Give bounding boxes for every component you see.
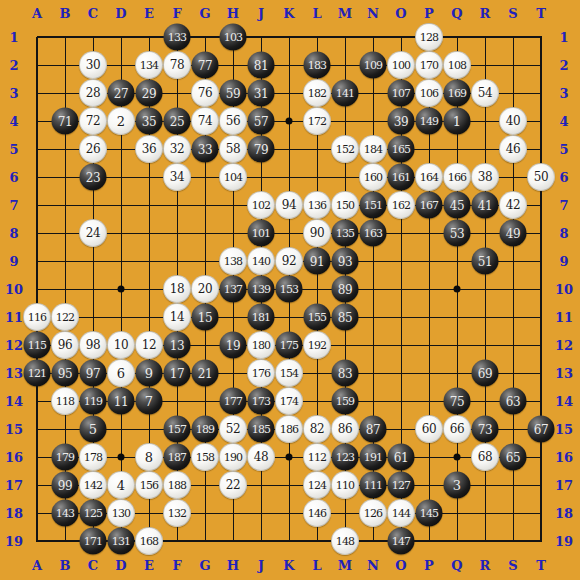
move-number: 49 [506, 226, 520, 240]
stone-h15-move-52[interactable]: 52 [219, 415, 247, 443]
stone-n2-move-109[interactable]: 109 [360, 52, 387, 79]
move-number: 29 [142, 86, 156, 100]
move-number: 136 [308, 199, 327, 212]
stone-s8-move-49[interactable]: 49 [500, 220, 527, 247]
stone-g15-move-189[interactable]: 189 [192, 416, 219, 443]
col-label-top: C [88, 7, 98, 20]
move-number: 181 [252, 311, 271, 324]
move-number: 172 [308, 115, 327, 128]
stone-k14-move-174[interactable]: 174 [275, 387, 303, 415]
move-number: 145 [420, 507, 439, 520]
stone-l7-move-136[interactable]: 136 [303, 191, 331, 219]
move-number: 127 [392, 479, 411, 492]
stone-o5-move-165[interactable]: 165 [388, 136, 415, 163]
move-number: 156 [140, 479, 159, 492]
move-number: 93 [338, 254, 352, 268]
row-label-right: 3 [559, 87, 568, 100]
stone-o16-move-61[interactable]: 61 [388, 444, 415, 471]
stone-l18-move-146[interactable]: 146 [303, 499, 331, 527]
stone-p2-move-170[interactable]: 170 [415, 51, 443, 79]
move-number: 131 [112, 535, 131, 548]
move-number: 125 [84, 507, 103, 520]
stone-g13-move-21[interactable]: 21 [192, 360, 219, 387]
stone-g2-move-77[interactable]: 77 [192, 52, 219, 79]
stone-q7-move-45[interactable]: 45 [444, 192, 471, 219]
stone-j12-move-180[interactable]: 180 [247, 331, 275, 359]
stone-p18-move-145[interactable]: 145 [416, 500, 443, 527]
move-number: 22 [226, 478, 240, 492]
stone-n18-move-126[interactable]: 126 [359, 499, 387, 527]
stone-o17-move-127[interactable]: 127 [388, 472, 415, 499]
stone-e19-move-168[interactable]: 168 [135, 527, 163, 555]
stone-h9-move-138[interactable]: 138 [219, 247, 247, 275]
stone-r16-move-68[interactable]: 68 [471, 443, 499, 471]
stone-m9-move-93[interactable]: 93 [332, 248, 359, 275]
row-label-right: 2 [559, 59, 568, 72]
move-number: 74 [198, 114, 212, 128]
stone-o4-move-39[interactable]: 39 [388, 108, 415, 135]
stone-f13-move-17[interactable]: 17 [164, 360, 191, 387]
stone-j8-move-101[interactable]: 101 [248, 220, 275, 247]
stone-e14-move-7[interactable]: 7 [136, 388, 163, 415]
stone-f4-move-25[interactable]: 25 [164, 108, 191, 135]
stone-l12-move-192[interactable]: 192 [303, 331, 331, 359]
stone-e5-move-36[interactable]: 36 [135, 135, 163, 163]
move-number: 35 [142, 114, 156, 128]
star-point [118, 454, 125, 461]
stone-c2-move-30[interactable]: 30 [79, 51, 107, 79]
stone-n7-move-151[interactable]: 151 [360, 192, 387, 219]
move-number: 20 [198, 282, 212, 296]
move-number: 142 [84, 479, 103, 492]
move-number: 109 [364, 59, 383, 72]
stone-k15-move-186[interactable]: 186 [275, 415, 303, 443]
move-number: 81 [254, 58, 268, 72]
move-number: 67 [534, 422, 548, 436]
move-number: 151 [364, 199, 383, 212]
stone-q3-move-169[interactable]: 169 [444, 80, 471, 107]
stone-c13-move-97[interactable]: 97 [80, 360, 107, 387]
stone-l4-move-172[interactable]: 172 [303, 107, 331, 135]
stone-b14-move-118[interactable]: 118 [51, 387, 79, 415]
move-number: 100 [392, 59, 411, 72]
stone-l9-move-91[interactable]: 91 [304, 248, 331, 275]
stone-j7-move-102[interactable]: 102 [247, 191, 275, 219]
stone-l11-move-155[interactable]: 155 [304, 304, 331, 331]
stone-c3-move-28[interactable]: 28 [79, 79, 107, 107]
stone-m10-move-89[interactable]: 89 [332, 276, 359, 303]
stone-b12-move-96[interactable]: 96 [51, 331, 79, 359]
move-number: 159 [336, 395, 355, 408]
stone-n6-move-160[interactable]: 160 [359, 163, 387, 191]
stone-r13-move-69[interactable]: 69 [472, 360, 499, 387]
col-label-top: J [258, 7, 264, 20]
stone-c16-move-178[interactable]: 178 [79, 443, 107, 471]
move-number: 40 [506, 114, 520, 128]
stone-d4-move-2[interactable]: 2 [107, 107, 135, 135]
stone-j9-move-140[interactable]: 140 [247, 247, 275, 275]
move-number: 15 [198, 310, 212, 324]
stone-o18-move-144[interactable]: 144 [387, 499, 415, 527]
stone-q4-move-1[interactable]: 1 [444, 108, 471, 135]
stone-a11-move-116[interactable]: 116 [23, 303, 51, 331]
stone-h14-move-177[interactable]: 177 [220, 388, 247, 415]
stone-s16-move-65[interactable]: 65 [500, 444, 527, 471]
stone-c4-move-72[interactable]: 72 [79, 107, 107, 135]
move-number: 126 [364, 507, 383, 520]
stone-n15-move-87[interactable]: 87 [360, 416, 387, 443]
stone-f5-move-32[interactable]: 32 [163, 135, 191, 163]
col-label-top: L [312, 7, 321, 20]
move-number: 68 [478, 450, 492, 464]
row-label-left: 14 [5, 395, 23, 408]
col-label-bottom: P [424, 559, 434, 572]
move-number: 124 [308, 479, 327, 492]
stone-m8-move-135[interactable]: 135 [332, 220, 359, 247]
move-number: 7 [145, 394, 153, 409]
stone-c19-move-171[interactable]: 171 [80, 528, 107, 555]
star-point [454, 454, 461, 461]
stone-k10-move-153[interactable]: 153 [276, 276, 303, 303]
move-number: 45 [450, 198, 464, 212]
move-number: 133 [168, 31, 187, 44]
row-label-left: 16 [5, 451, 23, 464]
stone-g3-move-76[interactable]: 76 [191, 79, 219, 107]
stone-n5-move-184[interactable]: 184 [359, 135, 387, 163]
star-point [286, 454, 293, 461]
stone-g10-move-20[interactable]: 20 [191, 275, 219, 303]
move-number: 175 [280, 339, 299, 352]
go-board[interactable]: AABBCCDDEEFFGGHHJJKKLLMMNNOOPPQQRRSSTT11… [0, 0, 580, 580]
stone-a13-move-121[interactable]: 121 [24, 360, 51, 387]
stone-s5-move-46[interactable]: 46 [499, 135, 527, 163]
stone-b11-move-122[interactable]: 122 [51, 303, 79, 331]
col-label-top: P [424, 7, 434, 20]
stone-c17-move-142[interactable]: 142 [79, 471, 107, 499]
stone-k12-move-175[interactable]: 175 [276, 332, 303, 359]
stone-m3-move-141[interactable]: 141 [332, 80, 359, 107]
stone-c18-move-125[interactable]: 125 [80, 500, 107, 527]
stone-m17-move-110[interactable]: 110 [331, 471, 359, 499]
star-point [118, 286, 125, 293]
stone-b17-move-99[interactable]: 99 [52, 472, 79, 499]
stone-d12-move-10[interactable]: 10 [107, 331, 135, 359]
stone-d14-move-11[interactable]: 11 [108, 388, 135, 415]
move-number: 167 [420, 199, 439, 212]
stone-p4-move-149[interactable]: 149 [416, 108, 443, 135]
move-number: 90 [310, 226, 324, 240]
stone-e13-move-9[interactable]: 9 [136, 360, 163, 387]
stone-j13-move-176[interactable]: 176 [247, 359, 275, 387]
stone-p6-move-164[interactable]: 164 [415, 163, 443, 191]
stone-f11-move-14[interactable]: 14 [163, 303, 191, 331]
move-number: 91 [310, 254, 324, 268]
move-number: 33 [198, 142, 212, 156]
row-label-left: 6 [9, 171, 18, 184]
stone-b18-move-143[interactable]: 143 [52, 500, 79, 527]
move-number: 160 [364, 171, 383, 184]
stone-q15-move-66[interactable]: 66 [443, 415, 471, 443]
stone-h5-move-58[interactable]: 58 [219, 135, 247, 163]
move-number: 138 [224, 255, 243, 268]
move-number: 77 [198, 58, 212, 72]
stone-d17-move-4[interactable]: 4 [107, 471, 135, 499]
move-number: 104 [224, 171, 243, 184]
move-number: 128 [420, 31, 439, 44]
stone-j11-move-181[interactable]: 181 [248, 304, 275, 331]
stone-q2-move-108[interactable]: 108 [443, 51, 471, 79]
stone-o2-move-100[interactable]: 100 [387, 51, 415, 79]
stone-j14-move-173[interactable]: 173 [248, 388, 275, 415]
stone-h4-move-56[interactable]: 56 [219, 107, 247, 135]
stone-f2-move-78[interactable]: 78 [163, 51, 191, 79]
stone-l3-move-182[interactable]: 182 [303, 79, 331, 107]
row-label-right: 19 [555, 535, 573, 548]
col-label-bottom: H [227, 559, 239, 572]
stone-e2-move-134[interactable]: 134 [135, 51, 163, 79]
col-label-top: M [338, 7, 352, 20]
move-number: 79 [254, 142, 268, 156]
stone-d18-move-130[interactable]: 130 [107, 499, 135, 527]
row-label-left: 5 [9, 143, 18, 156]
move-number: 1 [453, 114, 461, 129]
row-label-right: 14 [555, 395, 573, 408]
move-number: 111 [364, 479, 383, 492]
stone-f6-move-34[interactable]: 34 [163, 163, 191, 191]
stone-e12-move-12[interactable]: 12 [135, 331, 163, 359]
move-number: 72 [86, 114, 100, 128]
stone-p3-move-106[interactable]: 106 [415, 79, 443, 107]
col-label-top: A [32, 7, 42, 20]
row-label-left: 13 [5, 367, 23, 380]
stone-l16-move-112[interactable]: 112 [303, 443, 331, 471]
col-label-bottom: G [199, 559, 210, 572]
stone-e16-move-8[interactable]: 8 [135, 443, 163, 471]
stone-h12-move-19[interactable]: 19 [220, 332, 247, 359]
move-number: 14 [170, 310, 184, 324]
move-number: 180 [252, 339, 271, 352]
col-label-bottom: N [367, 559, 379, 572]
stone-f15-move-157[interactable]: 157 [164, 416, 191, 443]
stone-c15-move-5[interactable]: 5 [80, 416, 107, 443]
stone-j2-move-81[interactable]: 81 [248, 52, 275, 79]
move-number: 31 [254, 86, 268, 100]
move-number: 112 [308, 451, 327, 464]
stone-p1-move-128[interactable]: 128 [415, 23, 443, 51]
stone-g5-move-33[interactable]: 33 [192, 136, 219, 163]
move-number: 116 [28, 311, 47, 324]
row-label-right: 11 [555, 311, 573, 324]
col-label-top: E [144, 7, 154, 20]
row-label-right: 1 [559, 31, 568, 44]
stone-r15-move-73[interactable]: 73 [472, 416, 499, 443]
stone-r6-move-38[interactable]: 38 [471, 163, 499, 191]
stone-m7-move-150[interactable]: 150 [331, 191, 359, 219]
move-number: 137 [224, 283, 243, 296]
col-label-bottom: O [395, 559, 406, 572]
stone-j15-move-185[interactable]: 185 [248, 416, 275, 443]
move-number: 123 [336, 451, 355, 464]
move-number: 87 [366, 422, 380, 436]
move-number: 11 [114, 394, 128, 408]
stone-e4-move-35[interactable]: 35 [136, 108, 163, 135]
stone-n16-move-191[interactable]: 191 [360, 444, 387, 471]
stone-n17-move-111[interactable]: 111 [360, 472, 387, 499]
move-number: 154 [280, 367, 299, 380]
stone-e17-move-156[interactable]: 156 [135, 471, 163, 499]
stone-l2-move-183[interactable]: 183 [304, 52, 331, 79]
stone-h10-move-137[interactable]: 137 [220, 276, 247, 303]
move-number: 177 [224, 395, 243, 408]
stone-p15-move-60[interactable]: 60 [415, 415, 443, 443]
stone-c14-move-119[interactable]: 119 [80, 388, 107, 415]
stone-c8-move-24[interactable]: 24 [79, 219, 107, 247]
move-number: 165 [392, 143, 411, 156]
move-number: 32 [170, 142, 184, 156]
stone-l17-move-124[interactable]: 124 [303, 471, 331, 499]
row-label-right: 6 [559, 171, 568, 184]
row-label-left: 19 [5, 535, 23, 548]
stone-k13-move-154[interactable]: 154 [275, 359, 303, 387]
stone-s4-move-40[interactable]: 40 [499, 107, 527, 135]
stone-a12-move-115[interactable]: 115 [24, 332, 51, 359]
move-number: 130 [112, 507, 131, 520]
stone-p7-move-167[interactable]: 167 [416, 192, 443, 219]
stone-c6-move-23[interactable]: 23 [80, 164, 107, 191]
stone-q6-move-166[interactable]: 166 [443, 163, 471, 191]
stone-f10-move-18[interactable]: 18 [163, 275, 191, 303]
row-label-left: 3 [9, 87, 18, 100]
move-number: 166 [448, 171, 467, 184]
stone-q14-move-75[interactable]: 75 [444, 388, 471, 415]
stone-o7-move-162[interactable]: 162 [387, 191, 415, 219]
grid-line-vertical [540, 37, 542, 542]
stone-d3-move-27[interactable]: 27 [108, 80, 135, 107]
move-number: 18 [170, 282, 184, 296]
stone-j16-move-48[interactable]: 48 [247, 443, 275, 471]
stone-r9-move-51[interactable]: 51 [472, 248, 499, 275]
stone-c12-move-98[interactable]: 98 [79, 331, 107, 359]
stone-s14-move-63[interactable]: 63 [500, 388, 527, 415]
stone-j3-move-31[interactable]: 31 [248, 80, 275, 107]
move-number: 86 [338, 422, 352, 436]
stone-q8-move-53[interactable]: 53 [444, 220, 471, 247]
move-number: 162 [392, 199, 411, 212]
move-number: 10 [114, 338, 128, 352]
move-number: 168 [140, 535, 159, 548]
col-label-top: S [508, 7, 517, 20]
col-label-top: H [227, 7, 239, 20]
move-number: 108 [448, 59, 467, 72]
stone-r7-move-41[interactable]: 41 [472, 192, 499, 219]
move-number: 60 [422, 422, 436, 436]
move-number: 6 [117, 366, 125, 381]
move-number: 157 [168, 423, 187, 436]
stone-o3-move-107[interactable]: 107 [388, 80, 415, 107]
stone-e3-move-29[interactable]: 29 [136, 80, 163, 107]
col-label-top: K [283, 7, 294, 20]
stone-h1-move-103[interactable]: 103 [220, 24, 247, 51]
stone-m14-move-159[interactable]: 159 [332, 388, 359, 415]
stone-h3-move-59[interactable]: 59 [220, 80, 247, 107]
stone-f17-move-188[interactable]: 188 [163, 471, 191, 499]
move-number: 184 [364, 143, 383, 156]
stone-m19-move-148[interactable]: 148 [331, 527, 359, 555]
move-number: 34 [170, 170, 184, 184]
col-label-bottom: S [508, 559, 517, 572]
stone-d19-move-131[interactable]: 131 [108, 528, 135, 555]
stone-g4-move-74[interactable]: 74 [191, 107, 219, 135]
stone-f18-move-132[interactable]: 132 [163, 499, 191, 527]
stone-t15-move-67[interactable]: 67 [528, 416, 555, 443]
stone-m15-move-86[interactable]: 86 [331, 415, 359, 443]
stone-h6-move-104[interactable]: 104 [219, 163, 247, 191]
stone-m5-move-152[interactable]: 152 [331, 135, 359, 163]
stone-c5-move-26[interactable]: 26 [79, 135, 107, 163]
col-label-top: B [60, 7, 71, 20]
move-number: 9 [145, 366, 153, 381]
stone-h17-move-22[interactable]: 22 [219, 471, 247, 499]
move-number: 57 [254, 114, 268, 128]
star-point [454, 286, 461, 293]
stone-m11-move-85[interactable]: 85 [332, 304, 359, 331]
stone-l15-move-82[interactable]: 82 [303, 415, 331, 443]
move-number: 179 [56, 451, 75, 464]
stone-n8-move-163[interactable]: 163 [360, 220, 387, 247]
stone-s7-move-42[interactable]: 42 [499, 191, 527, 219]
stone-g16-move-158[interactable]: 158 [191, 443, 219, 471]
stone-b13-move-95[interactable]: 95 [52, 360, 79, 387]
col-label-top: D [115, 7, 126, 20]
stone-k9-move-92[interactable]: 92 [275, 247, 303, 275]
stone-t6-move-50[interactable]: 50 [527, 163, 555, 191]
stone-d13-move-6[interactable]: 6 [107, 359, 135, 387]
stone-g11-move-15[interactable]: 15 [192, 304, 219, 331]
stone-r3-move-54[interactable]: 54 [471, 79, 499, 107]
row-label-left: 15 [5, 423, 23, 436]
stone-f12-move-13[interactable]: 13 [164, 332, 191, 359]
move-number: 144 [392, 507, 411, 520]
stone-o19-move-147[interactable]: 147 [388, 528, 415, 555]
row-label-left: 17 [5, 479, 23, 492]
stone-m16-move-123[interactable]: 123 [332, 444, 359, 471]
move-number: 24 [86, 226, 100, 240]
stone-l8-move-90[interactable]: 90 [303, 219, 331, 247]
stone-o6-move-161[interactable]: 161 [388, 164, 415, 191]
row-label-right: 17 [555, 479, 573, 492]
stone-q17-move-3[interactable]: 3 [444, 472, 471, 499]
stone-j10-move-139[interactable]: 139 [248, 276, 275, 303]
stone-m13-move-83[interactable]: 83 [332, 360, 359, 387]
row-label-right: 7 [559, 199, 568, 212]
move-number: 192 [308, 339, 327, 352]
move-number: 186 [280, 423, 299, 436]
stone-b16-move-179[interactable]: 179 [52, 444, 79, 471]
stone-f1-move-133[interactable]: 133 [164, 24, 191, 51]
row-label-left: 8 [9, 227, 18, 240]
stone-f16-move-187[interactable]: 187 [164, 444, 191, 471]
stone-j4-move-57[interactable]: 57 [248, 108, 275, 135]
move-number: 148 [336, 535, 355, 548]
col-label-bottom: M [338, 559, 352, 572]
col-label-top: T [536, 7, 546, 20]
stone-h16-move-190[interactable]: 190 [219, 443, 247, 471]
row-label-left: 9 [9, 255, 18, 268]
col-label-bottom: K [283, 559, 294, 572]
stone-j5-move-79[interactable]: 79 [248, 136, 275, 163]
stone-k7-move-94[interactable]: 94 [275, 191, 303, 219]
stone-b4-move-71[interactable]: 71 [52, 108, 79, 135]
